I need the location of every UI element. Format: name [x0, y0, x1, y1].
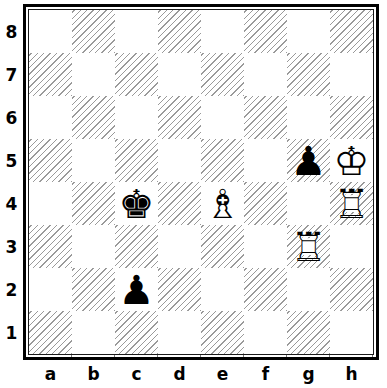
square-f2[interactable] [244, 268, 287, 311]
square-b2[interactable] [72, 268, 115, 311]
square-c7[interactable] [115, 53, 158, 96]
square-f1[interactable] [244, 311, 287, 354]
square-b4[interactable] [72, 182, 115, 225]
square-b1[interactable] [72, 311, 115, 354]
square-a6[interactable] [29, 96, 72, 139]
square-c6[interactable] [115, 96, 158, 139]
piece-glyph: ♖ [334, 181, 370, 227]
square-f7[interactable] [244, 53, 287, 96]
piece-white-rook[interactable]: ♜♖ [334, 184, 370, 224]
square-e8[interactable] [201, 10, 244, 53]
rank-label-3: 3 [0, 225, 23, 268]
square-a3[interactable] [29, 225, 72, 268]
rank-labels: 87654321 [0, 10, 23, 354]
rank-label-6: 6 [0, 96, 23, 139]
square-a2[interactable] [29, 268, 72, 311]
file-label-g: g [287, 360, 330, 387]
square-e6[interactable] [201, 96, 244, 139]
square-f5[interactable] [244, 139, 287, 182]
square-h4[interactable]: ♜♖ [330, 182, 373, 225]
square-b5[interactable] [72, 139, 115, 182]
square-b3[interactable] [72, 225, 115, 268]
square-g5[interactable]: ♟ [287, 139, 330, 182]
square-e3[interactable] [201, 225, 244, 268]
file-label-h: h [330, 360, 373, 387]
square-d6[interactable] [158, 96, 201, 139]
square-b7[interactable] [72, 53, 115, 96]
piece-glyph: ♖ [291, 224, 327, 270]
rank-label-7: 7 [0, 53, 23, 96]
square-g3[interactable]: ♜♖ [287, 225, 330, 268]
chess-board: ♟♚♔♚♝♗♜♖♜♖♟ [28, 9, 374, 355]
square-d7[interactable] [158, 53, 201, 96]
file-label-f: f [244, 360, 287, 387]
piece-white-bishop[interactable]: ♝♗ [205, 184, 241, 224]
piece-glyph: ♚ [119, 181, 155, 227]
piece-black-pawn[interactable]: ♟ [119, 270, 155, 310]
piece-white-king[interactable]: ♚♔ [334, 141, 370, 181]
square-h5[interactable]: ♚♔ [330, 139, 373, 182]
square-g2[interactable] [287, 268, 330, 311]
square-b6[interactable] [72, 96, 115, 139]
square-e4[interactable]: ♝♗ [201, 182, 244, 225]
square-g4[interactable] [287, 182, 330, 225]
chess-diagram: 87654321 ♟♚♔♚♝♗♜♖♜♖♟ abcdefgh [0, 0, 387, 388]
square-g1[interactable] [287, 311, 330, 354]
file-label-b: b [72, 360, 115, 387]
square-c1[interactable] [115, 311, 158, 354]
square-d5[interactable] [158, 139, 201, 182]
square-e2[interactable] [201, 268, 244, 311]
square-c2[interactable]: ♟ [115, 268, 158, 311]
square-a7[interactable] [29, 53, 72, 96]
square-h8[interactable] [330, 10, 373, 53]
square-h2[interactable] [330, 268, 373, 311]
rank-label-2: 2 [0, 268, 23, 311]
file-label-e: e [201, 360, 244, 387]
square-b8[interactable] [72, 10, 115, 53]
square-d2[interactable] [158, 268, 201, 311]
piece-glyph: ♟ [291, 138, 327, 184]
chess-board-frame: ♟♚♔♚♝♗♜♖♜♖♟ [23, 4, 379, 360]
rank-label-1: 1 [0, 311, 23, 354]
rank-label-4: 4 [0, 182, 23, 225]
file-label-d: d [158, 360, 201, 387]
square-d4[interactable] [158, 182, 201, 225]
square-c8[interactable] [115, 10, 158, 53]
square-d1[interactable] [158, 311, 201, 354]
square-f3[interactable] [244, 225, 287, 268]
rank-label-5: 5 [0, 139, 23, 182]
square-d8[interactable] [158, 10, 201, 53]
square-g7[interactable] [287, 53, 330, 96]
square-c3[interactable] [115, 225, 158, 268]
piece-black-king[interactable]: ♚ [119, 184, 155, 224]
square-c5[interactable] [115, 139, 158, 182]
piece-white-rook[interactable]: ♜♖ [291, 227, 327, 267]
square-a4[interactable] [29, 182, 72, 225]
square-e5[interactable] [201, 139, 244, 182]
rank-label-8: 8 [0, 10, 23, 53]
square-d3[interactable] [158, 225, 201, 268]
square-g8[interactable] [287, 10, 330, 53]
file-tick-marks [29, 355, 373, 357]
square-e1[interactable] [201, 311, 244, 354]
file-label-c: c [115, 360, 158, 387]
square-h6[interactable] [330, 96, 373, 139]
square-a5[interactable] [29, 139, 72, 182]
square-f4[interactable] [244, 182, 287, 225]
square-a1[interactable] [29, 311, 72, 354]
square-c4[interactable]: ♚ [115, 182, 158, 225]
square-f8[interactable] [244, 10, 287, 53]
file-labels: abcdefgh [29, 360, 373, 387]
square-h1[interactable] [330, 311, 373, 354]
piece-glyph: ♔ [334, 138, 370, 184]
square-h3[interactable] [330, 225, 373, 268]
square-g6[interactable] [287, 96, 330, 139]
square-e7[interactable] [201, 53, 244, 96]
square-h7[interactable] [330, 53, 373, 96]
piece-glyph: ♟ [119, 267, 155, 313]
square-a8[interactable] [29, 10, 72, 53]
piece-black-pawn[interactable]: ♟ [291, 141, 327, 181]
file-label-a: a [29, 360, 72, 387]
square-f6[interactable] [244, 96, 287, 139]
piece-glyph: ♗ [205, 181, 241, 227]
